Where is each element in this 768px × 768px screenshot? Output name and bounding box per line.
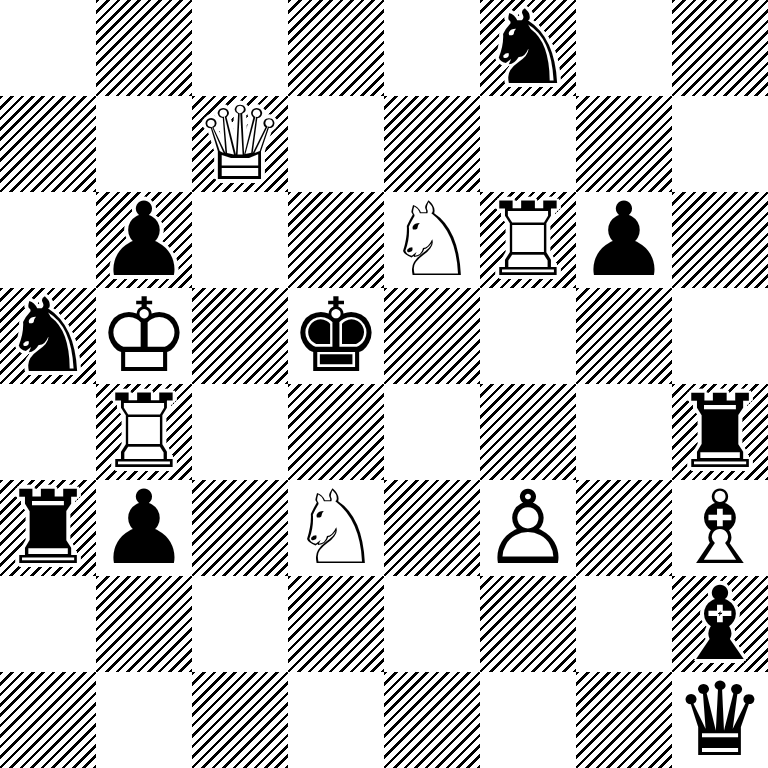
black-pawn-icon: ♟: [96, 192, 192, 288]
black-bishop-icon: ♝: [672, 576, 768, 672]
square-a1[interactable]: [0, 672, 96, 768]
square-g4[interactable]: [576, 384, 672, 480]
black-bishop-halo: ♝: [672, 576, 768, 672]
black-knight-halo: ♞: [480, 0, 576, 96]
square-e4[interactable]: [384, 384, 480, 480]
white-bishop-icon: ♗: [672, 480, 768, 576]
square-g8[interactable]: [576, 0, 672, 96]
white-knight-halo: ♞: [288, 480, 384, 576]
square-a6[interactable]: [0, 192, 96, 288]
chess-board: ♞♞♛♕♟♟♞♘♜♖♟♟♞♞♚♔♚♚♜♖♜♜♜♜♟♟♞♘♟♙♝♗♝♝♛♛: [0, 0, 768, 768]
square-f7[interactable]: [480, 96, 576, 192]
square-b2[interactable]: [96, 576, 192, 672]
black-queen-halo: ♛: [672, 672, 768, 768]
square-c4[interactable]: [192, 384, 288, 480]
square-d1[interactable]: [288, 672, 384, 768]
square-c1[interactable]: [192, 672, 288, 768]
square-a7[interactable]: [0, 96, 96, 192]
square-h8[interactable]: [672, 0, 768, 96]
white-pawn-halo: ♟: [480, 480, 576, 576]
square-c7[interactable]: ♛♕: [192, 96, 288, 192]
white-queen-icon: ♕: [192, 96, 288, 192]
square-c6[interactable]: [192, 192, 288, 288]
black-rook-icon: ♜: [672, 384, 768, 480]
white-pawn-icon: ♙: [480, 480, 576, 576]
square-d7[interactable]: [288, 96, 384, 192]
square-b7[interactable]: [96, 96, 192, 192]
square-b6[interactable]: ♟♟: [96, 192, 192, 288]
square-f1[interactable]: [480, 672, 576, 768]
square-c8[interactable]: [192, 0, 288, 96]
black-pawn-halo: ♟: [96, 480, 192, 576]
square-h5[interactable]: [672, 288, 768, 384]
square-e8[interactable]: [384, 0, 480, 96]
square-a8[interactable]: [0, 0, 96, 96]
black-rook-icon: ♜: [0, 480, 96, 576]
square-g3[interactable]: [576, 480, 672, 576]
square-a4[interactable]: [0, 384, 96, 480]
black-rook-halo: ♜: [672, 384, 768, 480]
black-queen-icon: ♛: [672, 672, 768, 768]
square-e2[interactable]: [384, 576, 480, 672]
square-e1[interactable]: [384, 672, 480, 768]
white-bishop-halo: ♝: [672, 480, 768, 576]
square-f3[interactable]: ♟♙: [480, 480, 576, 576]
black-knight-icon: ♞: [0, 288, 96, 384]
square-h2[interactable]: ♝♝: [672, 576, 768, 672]
white-rook-halo: ♜: [480, 192, 576, 288]
square-h1[interactable]: ♛♛: [672, 672, 768, 768]
square-a3[interactable]: ♜♜: [0, 480, 96, 576]
square-f4[interactable]: [480, 384, 576, 480]
square-e5[interactable]: [384, 288, 480, 384]
black-king-halo: ♚: [288, 288, 384, 384]
square-c3[interactable]: [192, 480, 288, 576]
square-d8[interactable]: [288, 0, 384, 96]
white-rook-halo: ♜: [96, 384, 192, 480]
square-g6[interactable]: ♟♟: [576, 192, 672, 288]
black-pawn-icon: ♟: [96, 480, 192, 576]
white-king-icon: ♔: [96, 288, 192, 384]
black-pawn-halo: ♟: [576, 192, 672, 288]
square-f2[interactable]: [480, 576, 576, 672]
black-knight-halo: ♞: [0, 288, 96, 384]
square-b3[interactable]: ♟♟: [96, 480, 192, 576]
square-e3[interactable]: [384, 480, 480, 576]
square-e7[interactable]: [384, 96, 480, 192]
square-g7[interactable]: [576, 96, 672, 192]
square-g1[interactable]: [576, 672, 672, 768]
square-f8[interactable]: ♞♞: [480, 0, 576, 96]
square-b8[interactable]: [96, 0, 192, 96]
black-rook-halo: ♜: [0, 480, 96, 576]
square-f5[interactable]: [480, 288, 576, 384]
square-d3[interactable]: ♞♘: [288, 480, 384, 576]
black-king-icon: ♚: [288, 288, 384, 384]
black-knight-icon: ♞: [480, 0, 576, 96]
white-queen-halo: ♛: [192, 96, 288, 192]
black-pawn-icon: ♟: [576, 192, 672, 288]
white-knight-halo: ♞: [384, 192, 480, 288]
square-d2[interactable]: [288, 576, 384, 672]
square-h7[interactable]: [672, 96, 768, 192]
square-h4[interactable]: ♜♜: [672, 384, 768, 480]
white-king-halo: ♚: [96, 288, 192, 384]
square-d4[interactable]: [288, 384, 384, 480]
square-a5[interactable]: ♞♞: [0, 288, 96, 384]
square-a2[interactable]: [0, 576, 96, 672]
square-e6[interactable]: ♞♘: [384, 192, 480, 288]
square-g2[interactable]: [576, 576, 672, 672]
square-d6[interactable]: [288, 192, 384, 288]
black-pawn-halo: ♟: [96, 192, 192, 288]
white-rook-icon: ♖: [96, 384, 192, 480]
white-rook-icon: ♖: [480, 192, 576, 288]
square-h3[interactable]: ♝♗: [672, 480, 768, 576]
square-c2[interactable]: [192, 576, 288, 672]
square-b5[interactable]: ♚♔: [96, 288, 192, 384]
square-b1[interactable]: [96, 672, 192, 768]
white-knight-icon: ♘: [384, 192, 480, 288]
square-d5[interactable]: ♚♚: [288, 288, 384, 384]
square-h6[interactable]: [672, 192, 768, 288]
square-g5[interactable]: [576, 288, 672, 384]
square-b4[interactable]: ♜♖: [96, 384, 192, 480]
white-knight-icon: ♘: [288, 480, 384, 576]
square-c5[interactable]: [192, 288, 288, 384]
square-f6[interactable]: ♜♖: [480, 192, 576, 288]
